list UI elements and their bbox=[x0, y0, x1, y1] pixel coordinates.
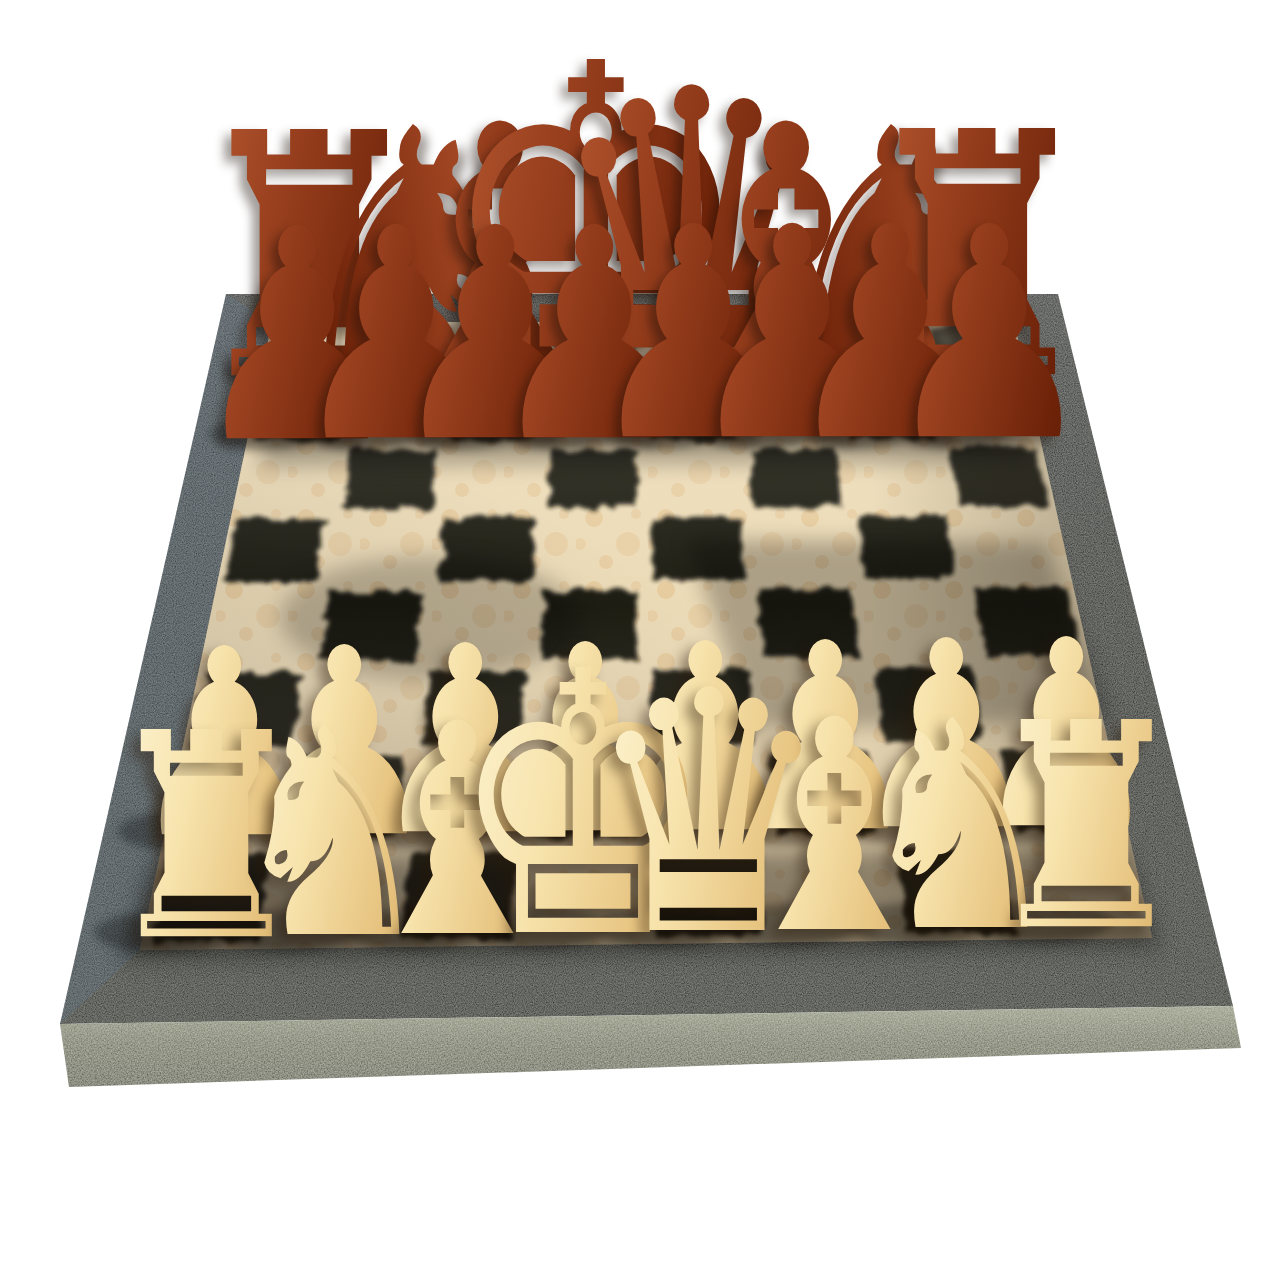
chessboard-photo-scene: ♜♞♝♚♛♝♞♜♟♟♟♟♟♟♟♟♟♟♟♟♟♟♟♟♜♞♝♚♛♝♞♜ bbox=[0, 0, 1280, 1280]
stone-chessboard bbox=[0, 0, 1280, 1280]
